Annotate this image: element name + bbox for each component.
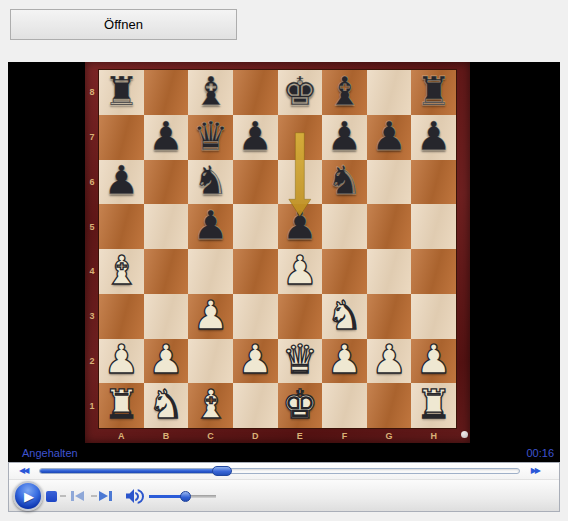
square-e2: ♛ (278, 339, 323, 384)
square-b4 (144, 249, 189, 294)
square-a5 (99, 204, 144, 249)
square-d7: ♟ (233, 115, 278, 160)
white-bishop: ♝ (103, 250, 139, 290)
file-label: A (99, 428, 144, 443)
square-c6: ♞ (188, 160, 233, 205)
play-icon: ▶ (24, 490, 34, 503)
square-d8 (233, 70, 278, 115)
player-controls: ◀◀ ▶▶ ▶ (8, 462, 560, 512)
white-knight: ♞ (148, 384, 184, 424)
square-e8: ♚ (278, 70, 323, 115)
square-d2: ♟ (233, 339, 278, 384)
file-labels: ABCDEFGH (99, 428, 456, 443)
play-button[interactable]: ▶ (13, 481, 43, 511)
square-h6 (411, 160, 456, 205)
previous-icon (71, 491, 74, 501)
white-pawn: ♟ (148, 339, 184, 379)
square-g8 (367, 70, 412, 115)
square-c8: ♝ (188, 70, 233, 115)
black-king: ♚ (282, 71, 318, 111)
speaker-icon (126, 489, 136, 503)
square-g2: ♟ (367, 339, 412, 384)
black-bishop: ♝ (327, 71, 363, 111)
black-knight: ♞ (327, 160, 363, 200)
file-label: B (144, 428, 189, 443)
square-h5 (411, 204, 456, 249)
black-rook: ♜ (416, 71, 452, 111)
square-d5 (233, 204, 278, 249)
separator (91, 495, 97, 497)
rewind-icon[interactable]: ◀◀ (19, 466, 27, 476)
square-f6: ♞ (322, 160, 367, 205)
black-pawn: ♟ (371, 116, 407, 156)
square-e5: ♟ (278, 204, 323, 249)
black-pawn: ♟ (282, 205, 318, 245)
white-pawn: ♟ (282, 250, 318, 290)
square-b1: ♞ (144, 383, 189, 428)
square-f3: ♞ (322, 294, 367, 339)
rank-label: 5 (85, 204, 99, 249)
square-a7 (99, 115, 144, 160)
black-pawn: ♟ (327, 116, 363, 156)
black-bishop: ♝ (193, 71, 229, 111)
square-h3 (411, 294, 456, 339)
square-a8: ♜ (99, 70, 144, 115)
next-icon (99, 491, 108, 501)
white-pawn: ♟ (371, 339, 407, 379)
square-g4 (367, 249, 412, 294)
square-h2: ♟ (411, 339, 456, 384)
square-c2 (188, 339, 233, 384)
square-f4 (322, 249, 367, 294)
rank-label: 7 (85, 115, 99, 160)
square-e7 (278, 115, 323, 160)
square-e4: ♟ (278, 249, 323, 294)
square-a3 (99, 294, 144, 339)
square-h4 (411, 249, 456, 294)
rank-label: 8 (85, 70, 99, 115)
player-status-bar: Angehalten 00:16 (8, 443, 560, 462)
square-g1 (367, 383, 412, 428)
previous-button[interactable] (71, 491, 84, 501)
seek-progress (40, 469, 222, 473)
square-h1: ♜ (411, 383, 456, 428)
rank-label: 2 (85, 339, 99, 384)
next-button[interactable] (99, 491, 112, 501)
square-g7: ♟ (367, 115, 412, 160)
square-c3: ♟ (188, 294, 233, 339)
seek-track[interactable] (39, 468, 520, 474)
rank-label: 1 (85, 383, 99, 428)
rank-label: 4 (85, 249, 99, 294)
square-a2: ♟ (99, 339, 144, 384)
square-b8 (144, 70, 189, 115)
player-time: 00:16 (526, 447, 554, 459)
square-f5 (322, 204, 367, 249)
square-b5 (144, 204, 189, 249)
square-g5 (367, 204, 412, 249)
square-f2: ♟ (322, 339, 367, 384)
separator (60, 495, 66, 497)
file-label: D (233, 428, 278, 443)
board-corner-dot (461, 431, 468, 438)
square-b7: ♟ (144, 115, 189, 160)
rank-label: 3 (85, 294, 99, 339)
file-label: F (322, 428, 367, 443)
square-e1: ♚ (278, 383, 323, 428)
black-pawn: ♟ (416, 116, 452, 156)
white-pawn: ♟ (237, 339, 273, 379)
seek-thumb[interactable] (212, 466, 232, 476)
square-a6: ♟ (99, 160, 144, 205)
mute-button[interactable] (126, 489, 144, 503)
square-g3 (367, 294, 412, 339)
file-label: G (367, 428, 412, 443)
square-f8: ♝ (322, 70, 367, 115)
volume-thumb[interactable] (180, 491, 191, 502)
black-pawn: ♟ (193, 205, 229, 245)
white-knight: ♞ (327, 295, 363, 335)
black-queen: ♛ (193, 116, 229, 156)
square-e6 (278, 160, 323, 205)
square-b6 (144, 160, 189, 205)
seek-bar: ◀◀ ▶▶ (9, 463, 559, 479)
square-g6 (367, 160, 412, 205)
square-d4 (233, 249, 278, 294)
white-pawn: ♟ (327, 339, 363, 379)
white-pawn: ♟ (193, 295, 229, 335)
black-pawn: ♟ (103, 160, 139, 200)
square-h7: ♟ (411, 115, 456, 160)
square-e3 (278, 294, 323, 339)
file-label: E (278, 428, 323, 443)
white-king: ♚ (282, 384, 318, 424)
app-window: Öffnen 87654321 ABCDEFGH ♜♝♚♝♜♟♛♟♟♟♟♟♞♞♟… (0, 0, 568, 521)
open-button[interactable]: Öffnen (10, 9, 237, 40)
stop-button[interactable] (46, 491, 57, 502)
square-c4 (188, 249, 233, 294)
transport-controls: ▶ (9, 479, 559, 511)
square-a1: ♜ (99, 383, 144, 428)
file-label: H (411, 428, 456, 443)
rank-labels: 87654321 (85, 70, 99, 428)
black-rook: ♜ (103, 71, 139, 111)
board-squares: ♜♝♚♝♜♟♛♟♟♟♟♟♞♞♟♟♝♟♟♞♟♟♟♛♟♟♟♜♞♝♚♜ (99, 70, 456, 428)
square-c7: ♛ (188, 115, 233, 160)
rank-label: 6 (85, 160, 99, 205)
black-pawn: ♟ (148, 116, 184, 156)
white-queen: ♛ (282, 339, 318, 379)
white-rook: ♜ (103, 384, 139, 424)
black-pawn: ♟ (237, 116, 273, 156)
video-area[interactable]: 87654321 ABCDEFGH ♜♝♚♝♜♟♛♟♟♟♟♟♞♞♟♟♝♟♟♞♟♟… (8, 62, 560, 462)
white-pawn: ♟ (416, 339, 452, 379)
player-status: Angehalten (22, 447, 78, 459)
square-c5: ♟ (188, 204, 233, 249)
black-knight: ♞ (193, 160, 229, 200)
square-d1 (233, 383, 278, 428)
file-label: C (188, 428, 233, 443)
square-b3 (144, 294, 189, 339)
square-a4: ♝ (99, 249, 144, 294)
white-rook: ♜ (416, 384, 452, 424)
square-f7: ♟ (322, 115, 367, 160)
square-f1 (322, 383, 367, 428)
white-bishop: ♝ (193, 384, 229, 424)
square-d3 (233, 294, 278, 339)
square-h8: ♜ (411, 70, 456, 115)
fast-forward-icon[interactable]: ▶▶ (531, 466, 539, 476)
square-b2: ♟ (144, 339, 189, 384)
chess-board: 87654321 ABCDEFGH ♜♝♚♝♜♟♛♟♟♟♟♟♞♞♟♟♝♟♟♞♟♟… (85, 62, 470, 443)
square-d6 (233, 160, 278, 205)
white-pawn: ♟ (103, 339, 139, 379)
square-c1: ♝ (188, 383, 233, 428)
